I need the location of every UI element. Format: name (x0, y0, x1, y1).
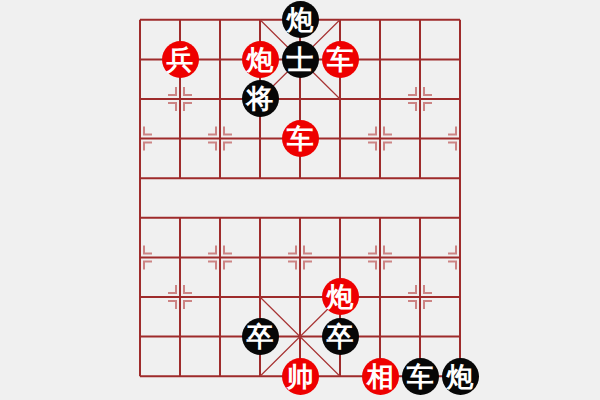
piece-black-pawn-right[interactable]: 卒 (322, 318, 359, 355)
piece-glyph: 帅 (287, 358, 314, 395)
xiangqi-board: 炮兵炮士车将车炮卒卒帅相车炮 (120, 0, 480, 396)
xiangqi-screenshot: 炮兵炮士车将车炮卒卒帅相车炮 (0, 0, 600, 400)
piece-glyph: 炮 (247, 41, 274, 78)
piece-glyph: 士 (287, 41, 314, 78)
piece-red-rook-mid[interactable]: 车 (282, 120, 319, 157)
piece-glyph: 炮 (287, 1, 314, 38)
piece-glyph: 炮 (447, 358, 474, 395)
piece-glyph: 车 (407, 358, 434, 395)
piece-red-cannon-top[interactable]: 炮 (242, 41, 279, 78)
piece-black-general[interactable]: 将 (242, 80, 279, 117)
piece-red-cannon-bottom[interactable]: 炮 (322, 278, 359, 315)
piece-glyph: 车 (327, 41, 354, 78)
piece-glyph: 兵 (167, 41, 194, 78)
piece-black-pawn-left[interactable]: 卒 (242, 318, 279, 355)
piece-red-elephant[interactable]: 相 (362, 358, 399, 395)
piece-glyph: 卒 (247, 318, 274, 355)
piece-glyph: 将 (247, 80, 274, 117)
piece-glyph: 车 (287, 120, 314, 157)
piece-red-pawn[interactable]: 兵 (162, 41, 199, 78)
piece-red-rook-top[interactable]: 车 (322, 41, 359, 78)
piece-glyph: 相 (367, 358, 394, 395)
piece-black-advisor[interactable]: 士 (282, 41, 319, 78)
piece-glyph: 卒 (327, 318, 354, 355)
piece-grid: 炮兵炮士车将车炮卒卒帅相车炮 (120, 0, 480, 396)
piece-black-cannon-top[interactable]: 炮 (282, 1, 319, 38)
piece-glyph: 炮 (327, 278, 354, 315)
piece-black-rook[interactable]: 车 (402, 358, 439, 395)
piece-black-cannon-bottom[interactable]: 炮 (442, 358, 479, 395)
piece-red-general[interactable]: 帅 (282, 358, 319, 395)
